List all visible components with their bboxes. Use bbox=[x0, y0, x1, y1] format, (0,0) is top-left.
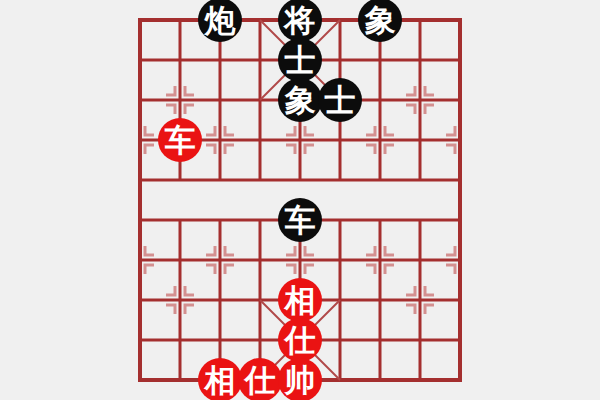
piece-black-elephant[interactable]: 象 bbox=[278, 78, 322, 122]
piece-black-elephant[interactable]: 象 bbox=[358, 0, 402, 42]
piece-red-advisor[interactable]: 仕 bbox=[278, 318, 322, 362]
piece-red-general[interactable]: 帅 bbox=[278, 358, 322, 400]
piece-red-advisor[interactable]: 仕 bbox=[238, 358, 282, 400]
piece-black-advisor[interactable]: 士 bbox=[278, 38, 322, 82]
piece-red-chariot[interactable]: 车 bbox=[158, 118, 202, 162]
piece-black-general[interactable]: 将 bbox=[278, 0, 322, 42]
xiangqi-board[interactable]: 炮将象士象士车车相仕相仕帅 bbox=[0, 0, 600, 400]
xiangqi-screen: 炮将象士象士车车相仕相仕帅 bbox=[0, 0, 600, 400]
piece-black-cannon[interactable]: 炮 bbox=[198, 0, 242, 42]
piece-black-chariot[interactable]: 车 bbox=[278, 198, 322, 242]
piece-black-advisor[interactable]: 士 bbox=[318, 78, 362, 122]
piece-red-elephant[interactable]: 相 bbox=[278, 278, 322, 322]
piece-red-elephant[interactable]: 相 bbox=[198, 358, 242, 400]
